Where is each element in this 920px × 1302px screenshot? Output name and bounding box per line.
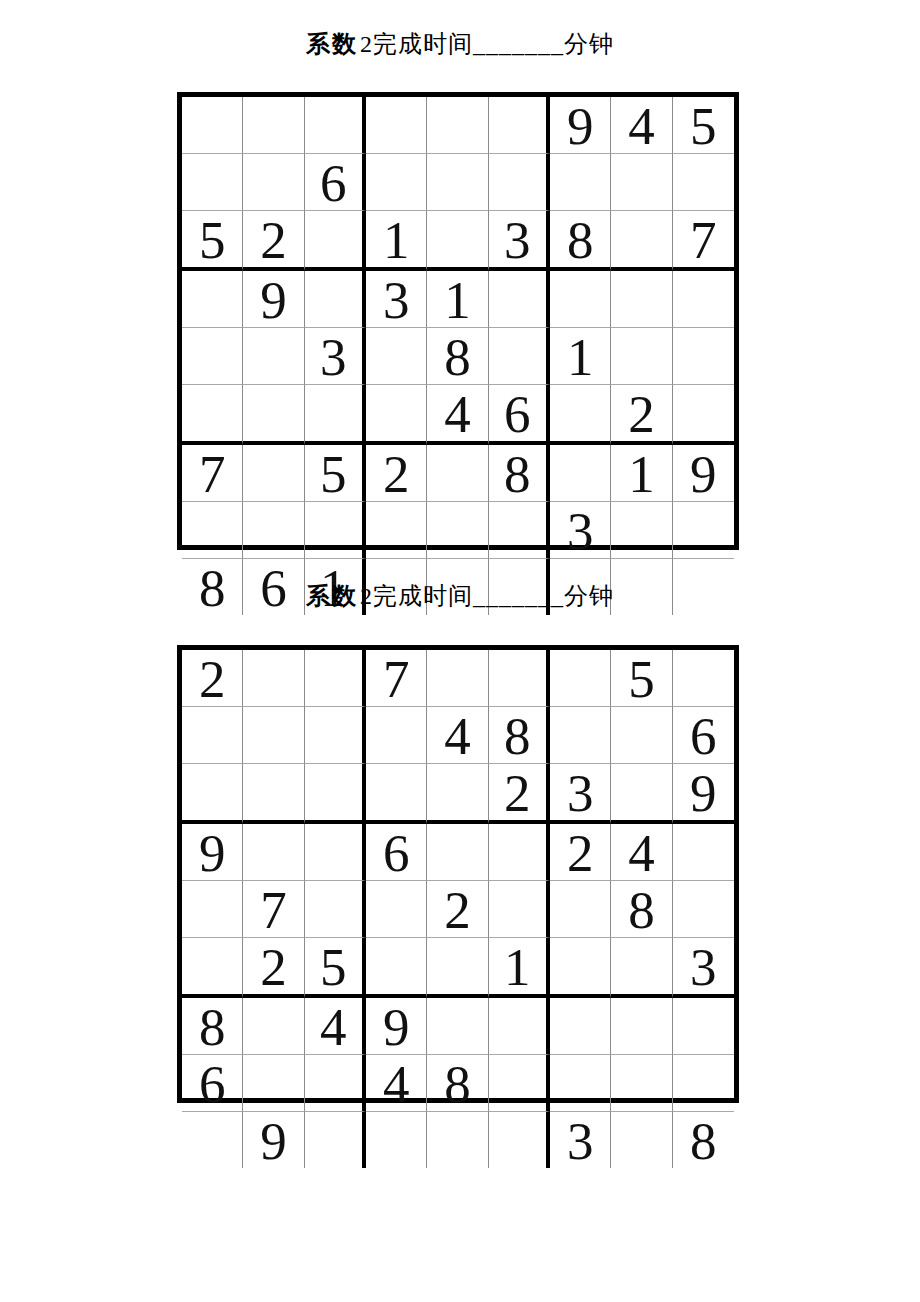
sudoku-cell[interactable] [550,998,611,1055]
sudoku-cell[interactable]: 5 [673,97,734,154]
sudoku-cell[interactable] [673,650,734,707]
sudoku-cell[interactable] [305,1112,366,1168]
sudoku-cell[interactable] [427,1112,488,1168]
sudoku-cell[interactable] [182,154,243,211]
sudoku-cell[interactable] [489,502,550,559]
sudoku-cell[interactable] [550,154,611,211]
sudoku-cell[interactable] [243,445,304,502]
sudoku-cell[interactable]: 2 [366,445,427,502]
sudoku-cell[interactable] [611,1055,672,1112]
sudoku-cell[interactable]: 4 [611,824,672,881]
puzzle-title-2: 系数2完成时间_______分钟 [0,582,920,610]
sudoku-cell[interactable]: 3 [550,502,611,559]
sudoku-cell[interactable] [243,154,304,211]
sudoku-cell[interactable]: 8 [427,328,488,385]
sudoku-cell[interactable] [611,707,672,764]
sudoku-cell[interactable] [673,271,734,328]
sudoku-cell[interactable]: 2 [243,211,304,271]
sudoku-cell[interactable] [366,938,427,998]
sudoku-cell[interactable] [673,881,734,938]
sudoku-cell[interactable] [427,154,488,211]
sudoku-cell[interactable]: 7 [366,650,427,707]
sudoku-cell[interactable] [673,154,734,211]
sudoku-cell[interactable] [611,764,672,824]
sudoku-cell[interactable]: 9 [243,271,304,328]
sudoku-cell[interactable]: 9 [243,1112,304,1168]
sudoku-cell[interactable] [243,385,304,445]
sudoku-cell[interactable] [243,764,304,824]
sudoku-cell[interactable] [305,1055,366,1112]
sudoku-cell[interactable]: 9 [182,824,243,881]
sudoku-cell[interactable] [489,650,550,707]
sudoku-cell[interactable]: 4 [611,97,672,154]
sudoku-cell[interactable]: 7 [182,445,243,502]
sudoku-cell[interactable] [489,881,550,938]
sudoku-cell[interactable]: 3 [489,211,550,271]
sudoku-cell[interactable]: 9 [673,764,734,824]
sudoku-cell[interactable]: 5 [611,650,672,707]
sudoku-cell[interactable]: 1 [366,211,427,271]
title-rest: 2完成时间_______分钟 [360,583,614,609]
sudoku-cell[interactable] [611,154,672,211]
sudoku-cell[interactable] [489,154,550,211]
sudoku-cell[interactable]: 7 [673,211,734,271]
sudoku-cell[interactable] [673,824,734,881]
title-bold-prefix: 系数 [306,31,358,57]
puzzle-title-1: 系数2完成时间_______分钟 [0,30,920,58]
sudoku-cell[interactable] [427,502,488,559]
sudoku-cell[interactable]: 1 [489,938,550,998]
sudoku-cell[interactable] [611,271,672,328]
sudoku-cell[interactable] [611,211,672,271]
sudoku-cell[interactable]: 9 [550,97,611,154]
sudoku-cell[interactable] [550,1055,611,1112]
sudoku-cell[interactable]: 9 [366,998,427,1055]
sudoku-cell[interactable] [305,881,366,938]
sudoku-cell[interactable] [489,1055,550,1112]
sudoku-cell[interactable]: 3 [550,1112,611,1168]
sudoku-cell[interactable]: 2 [550,824,611,881]
sudoku-cell[interactable] [611,1112,672,1168]
sudoku-cell[interactable] [182,764,243,824]
sudoku-cell[interactable]: 8 [489,445,550,502]
sudoku-cell[interactable] [305,650,366,707]
sudoku-cell[interactable] [366,764,427,824]
sudoku-cell[interactable]: 8 [611,881,672,938]
sudoku-cell[interactable] [489,824,550,881]
sudoku-cell[interactable] [243,1055,304,1112]
sudoku-cell[interactable] [489,97,550,154]
sudoku-cell[interactable]: 3 [673,938,734,998]
sudoku-cell[interactable] [550,707,611,764]
sudoku-cell[interactable] [182,271,243,328]
sudoku-cell[interactable] [243,707,304,764]
sudoku-cell[interactable] [673,502,734,559]
sudoku-cell[interactable] [427,211,488,271]
sudoku-cell[interactable]: 2 [427,881,488,938]
sudoku-cell[interactable] [366,328,427,385]
sudoku-cell[interactable] [489,271,550,328]
sudoku-cell[interactable] [673,1055,734,1112]
sudoku-cell[interactable] [489,328,550,385]
sudoku-cell[interactable] [182,328,243,385]
sudoku-cell[interactable]: 7 [243,881,304,938]
sudoku-cell[interactable] [550,881,611,938]
sudoku-cell[interactable]: 6 [489,385,550,445]
sudoku-cell[interactable]: 5 [305,938,366,998]
sudoku-cell[interactable]: 8 [182,998,243,1055]
sudoku-cell[interactable]: 1 [611,445,672,502]
sudoku-cell[interactable] [366,1112,427,1168]
sudoku-cell[interactable] [611,502,672,559]
sudoku-cell[interactable] [611,328,672,385]
sudoku-cell[interactable]: 2 [611,385,672,445]
sudoku-cell[interactable] [243,328,304,385]
sudoku-cell[interactable] [427,938,488,998]
sudoku-cell[interactable] [427,764,488,824]
sudoku-cell[interactable] [305,385,366,445]
sudoku-cell[interactable] [305,824,366,881]
worksheet-page: 系数2完成时间_______分钟 94565213879313814627528… [0,0,920,1302]
sudoku-cell[interactable] [427,445,488,502]
sudoku-cell[interactable]: 4 [366,1055,427,1112]
sudoku-cell[interactable] [182,707,243,764]
sudoku-cell[interactable]: 6 [673,707,734,764]
sudoku-cell[interactable]: 8 [427,1055,488,1112]
sudoku-cell[interactable] [305,211,366,271]
sudoku-cell[interactable] [550,271,611,328]
sudoku-cell[interactable] [366,707,427,764]
sudoku-cell[interactable] [489,998,550,1055]
sudoku-cell[interactable]: 5 [305,445,366,502]
sudoku-cell[interactable] [427,650,488,707]
sudoku-cell[interactable]: 8 [673,1112,734,1168]
sudoku-cell[interactable]: 6 [182,1055,243,1112]
sudoku-cell[interactable] [182,938,243,998]
sudoku-cell[interactable]: 2 [243,938,304,998]
sudoku-cell[interactable] [489,1112,550,1168]
title-bold-prefix: 系数 [306,583,358,609]
sudoku-cell[interactable]: 9 [673,445,734,502]
sudoku-cell[interactable]: 4 [427,385,488,445]
sudoku-cell[interactable]: 2 [489,764,550,824]
sudoku-cell[interactable] [305,271,366,328]
sudoku-cell[interactable] [427,97,488,154]
sudoku-cell[interactable]: 6 [366,824,427,881]
sudoku-cell[interactable] [182,385,243,445]
sudoku-cell[interactable] [550,650,611,707]
sudoku-cell[interactable]: 3 [366,271,427,328]
sudoku-cell[interactable] [243,998,304,1055]
sudoku-cell[interactable] [243,502,304,559]
sudoku-cell[interactable] [611,998,672,1055]
sudoku-cell[interactable] [366,502,427,559]
sudoku-cell[interactable] [305,97,366,154]
sudoku-cell[interactable] [611,938,672,998]
sudoku-cell[interactable] [550,938,611,998]
sudoku-cell[interactable] [366,97,427,154]
sudoku-cell[interactable] [550,385,611,445]
sudoku-cell[interactable] [366,881,427,938]
sudoku-cell[interactable]: 1 [427,271,488,328]
sudoku-cell[interactable] [182,881,243,938]
sudoku-cell[interactable] [182,1112,243,1168]
sudoku-cell[interactable] [366,154,427,211]
sudoku-cell[interactable]: 4 [305,998,366,1055]
sudoku-cell[interactable]: 3 [550,764,611,824]
sudoku-cell[interactable]: 6 [305,154,366,211]
sudoku-cell[interactable] [243,650,304,707]
sudoku-cell[interactable] [243,824,304,881]
sudoku-cell[interactable] [550,445,611,502]
sudoku-cell[interactable]: 4 [427,707,488,764]
sudoku-cell[interactable] [182,502,243,559]
sudoku-board-1: 94565213879313814627528193861 [177,92,739,550]
sudoku-cell[interactable] [366,385,427,445]
sudoku-cell[interactable] [673,385,734,445]
sudoku-board-2: 27548623996247282513849648938 [177,645,739,1103]
sudoku-cell[interactable]: 8 [550,211,611,271]
sudoku-cell[interactable] [305,502,366,559]
sudoku-cell[interactable] [673,328,734,385]
sudoku-cell[interactable] [305,707,366,764]
sudoku-cell[interactable]: 3 [305,328,366,385]
sudoku-cell[interactable] [243,97,304,154]
sudoku-cell[interactable]: 1 [550,328,611,385]
title-rest: 2完成时间_______分钟 [360,31,614,57]
sudoku-cell[interactable]: 8 [489,707,550,764]
sudoku-cell[interactable] [427,998,488,1055]
sudoku-cell[interactable] [182,97,243,154]
sudoku-cell[interactable]: 5 [182,211,243,271]
sudoku-cell[interactable] [305,764,366,824]
sudoku-cell[interactable] [427,824,488,881]
sudoku-cell[interactable]: 2 [182,650,243,707]
sudoku-cell[interactable] [673,998,734,1055]
